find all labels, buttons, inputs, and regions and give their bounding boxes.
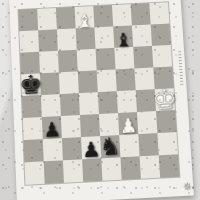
brand-logo-icon: ✵ (183, 181, 193, 193)
square-g5 (134, 67, 154, 90)
board-photo: ♝♝♚♚♟♟♟♞ ✵ (0, 0, 200, 200)
square-f3: ♟ (118, 112, 138, 135)
square-h4: ♚ (155, 88, 175, 111)
square-c8 (56, 7, 76, 29)
square-e3 (99, 113, 119, 136)
square-c3 (61, 115, 81, 138)
square-f1 (120, 156, 140, 179)
square-e4 (98, 91, 118, 114)
square-g2 (138, 133, 158, 156)
square-g1 (140, 155, 161, 178)
square-c4 (60, 93, 80, 116)
square-d8: ♝ (75, 6, 95, 28)
square-h3 (156, 110, 176, 133)
square-a7 (19, 30, 39, 52)
square-c1 (63, 159, 83, 182)
square-e8 (93, 5, 113, 27)
square-f5 (116, 68, 136, 91)
square-b5 (40, 72, 60, 95)
square-a2 (24, 139, 44, 162)
square-h2 (157, 132, 178, 155)
square-b4 (41, 94, 61, 117)
square-b2 (43, 138, 63, 161)
square-d1 (82, 158, 102, 181)
square-a3 (23, 117, 43, 140)
square-d7 (76, 27, 96, 49)
square-c6 (58, 50, 78, 73)
square-b7 (38, 29, 58, 51)
square-h6 (152, 45, 172, 68)
square-h1 (159, 154, 180, 177)
white-king-h4: ♚ (152, 85, 178, 114)
square-d3 (80, 114, 100, 137)
square-c2 (62, 137, 82, 160)
square-e1 (101, 157, 121, 180)
square-h7 (151, 24, 171, 46)
square-g4 (136, 89, 156, 112)
square-h8 (149, 2, 169, 24)
square-f4 (117, 90, 137, 113)
square-f7: ♝ (113, 25, 133, 47)
square-e7 (94, 26, 114, 48)
square-g3 (137, 111, 157, 134)
chess-board: ♝♝♚♚♟♟♟♞ ✵ (9, 0, 194, 200)
square-e5 (97, 69, 117, 92)
square-h5 (153, 66, 173, 89)
square-c5 (59, 71, 79, 94)
square-c7 (57, 28, 77, 50)
square-d5 (78, 70, 98, 93)
square-f2 (119, 134, 139, 157)
square-b3: ♟ (42, 116, 62, 139)
square-d6 (77, 49, 97, 72)
square-d4 (79, 92, 99, 115)
square-a1 (25, 161, 45, 184)
square-a5: ♚ (21, 73, 41, 96)
square-g6 (133, 46, 153, 69)
square-a6 (20, 52, 40, 75)
square-g7 (132, 24, 152, 46)
square-b6 (39, 51, 59, 74)
square-b8 (37, 8, 57, 30)
square-e2: ♞ (100, 135, 120, 158)
square-d2: ♟ (81, 136, 101, 159)
square-a4 (22, 95, 42, 118)
chess-grid: ♝♝♚♚♟♟♟♞ (18, 2, 179, 185)
square-b1 (44, 160, 64, 183)
square-g8 (131, 3, 151, 25)
board-brand-text (178, 51, 183, 85)
square-a8 (18, 9, 38, 31)
square-f8 (112, 4, 132, 26)
square-e6 (96, 48, 116, 71)
square-f6 (114, 47, 134, 70)
